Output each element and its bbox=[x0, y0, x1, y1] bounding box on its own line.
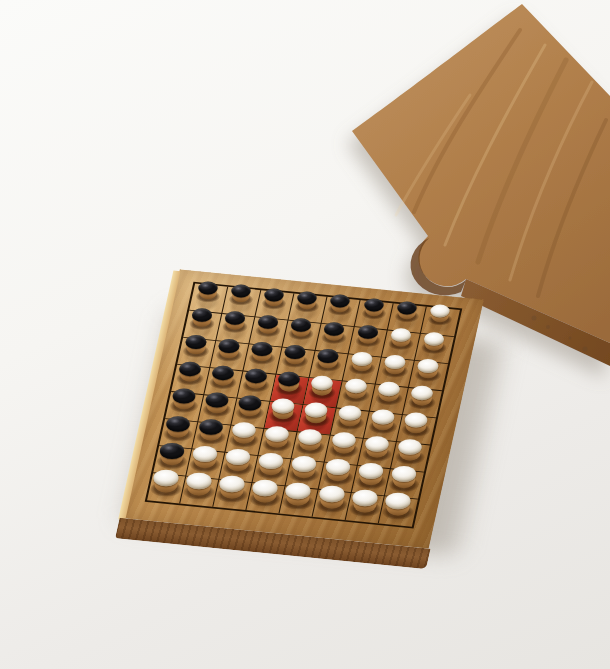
game-board bbox=[125, 269, 484, 548]
board-cell[interactable] bbox=[385, 469, 424, 499]
product-photo-scene bbox=[0, 0, 610, 669]
board-cell[interactable] bbox=[397, 415, 436, 445]
board-cell[interactable] bbox=[421, 307, 460, 337]
board-cell[interactable] bbox=[409, 361, 448, 391]
board-cell[interactable] bbox=[403, 388, 442, 418]
board-cell[interactable] bbox=[391, 442, 430, 472]
board-cell[interactable] bbox=[379, 496, 418, 526]
board-cell[interactable] bbox=[415, 334, 454, 364]
board-grid bbox=[145, 282, 463, 529]
